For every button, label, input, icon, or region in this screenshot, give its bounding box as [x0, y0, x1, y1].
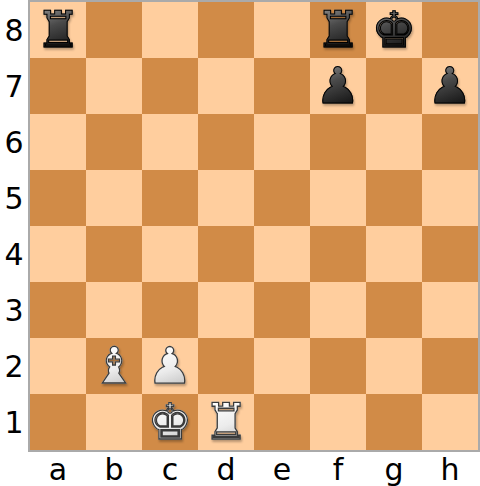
- rank-label-5: 5: [0, 170, 28, 226]
- square-f1[interactable]: [310, 394, 366, 450]
- square-h8[interactable]: [422, 2, 478, 58]
- file-label-f: f: [310, 452, 366, 486]
- square-b7[interactable]: [86, 58, 142, 114]
- square-e4[interactable]: [254, 226, 310, 282]
- piece-black-king-g8[interactable]: ♚: [372, 5, 417, 55]
- square-e2[interactable]: [254, 338, 310, 394]
- piece-white-king-c1[interactable]: ♚: [148, 397, 193, 447]
- square-a1[interactable]: [30, 394, 86, 450]
- file-label-h: h: [422, 452, 478, 486]
- square-g4[interactable]: [366, 226, 422, 282]
- square-e5[interactable]: [254, 170, 310, 226]
- square-d2[interactable]: [198, 338, 254, 394]
- square-h6[interactable]: [422, 114, 478, 170]
- square-c8[interactable]: [142, 2, 198, 58]
- square-c4[interactable]: [142, 226, 198, 282]
- piece-white-bishop-b2[interactable]: ♝: [92, 341, 137, 391]
- file-label-e: e: [254, 452, 310, 486]
- square-e1[interactable]: [254, 394, 310, 450]
- square-b5[interactable]: [86, 170, 142, 226]
- rank-labels: 87654321: [0, 2, 28, 450]
- square-b4[interactable]: [86, 226, 142, 282]
- square-f2[interactable]: [310, 338, 366, 394]
- square-f4[interactable]: [310, 226, 366, 282]
- chessboard-frame: 87654321 ♜♜♚♟♟♝♟♚♜ abcdefgh: [0, 0, 480, 486]
- square-d7[interactable]: [198, 58, 254, 114]
- chess-board: ♜♜♚♟♟♝♟♚♜: [28, 0, 480, 452]
- square-e7[interactable]: [254, 58, 310, 114]
- square-h7[interactable]: ♟: [422, 58, 478, 114]
- square-d1[interactable]: ♜: [198, 394, 254, 450]
- square-g1[interactable]: [366, 394, 422, 450]
- square-h2[interactable]: [422, 338, 478, 394]
- square-h3[interactable]: [422, 282, 478, 338]
- square-c5[interactable]: [142, 170, 198, 226]
- square-c7[interactable]: [142, 58, 198, 114]
- square-c2[interactable]: ♟: [142, 338, 198, 394]
- square-g8[interactable]: ♚: [366, 2, 422, 58]
- rank-label-1: 1: [0, 394, 28, 450]
- square-h1[interactable]: [422, 394, 478, 450]
- square-c3[interactable]: [142, 282, 198, 338]
- square-e3[interactable]: [254, 282, 310, 338]
- piece-black-pawn-h7[interactable]: ♟: [428, 61, 473, 111]
- rank-label-6: 6: [0, 114, 28, 170]
- square-g3[interactable]: [366, 282, 422, 338]
- rank-label-2: 2: [0, 338, 28, 394]
- file-labels: abcdefgh: [30, 452, 478, 486]
- square-h4[interactable]: [422, 226, 478, 282]
- square-g7[interactable]: [366, 58, 422, 114]
- piece-black-rook-f8[interactable]: ♜: [316, 5, 361, 55]
- piece-white-pawn-c2[interactable]: ♟: [148, 341, 193, 391]
- piece-black-pawn-f7[interactable]: ♟: [316, 61, 361, 111]
- square-a7[interactable]: [30, 58, 86, 114]
- square-f8[interactable]: ♜: [310, 2, 366, 58]
- file-label-c: c: [142, 452, 198, 486]
- file-label-a: a: [30, 452, 86, 486]
- square-a4[interactable]: [30, 226, 86, 282]
- square-f7[interactable]: ♟: [310, 58, 366, 114]
- square-f3[interactable]: [310, 282, 366, 338]
- square-a6[interactable]: [30, 114, 86, 170]
- rank-label-8: 8: [0, 2, 28, 58]
- square-d4[interactable]: [198, 226, 254, 282]
- square-b2[interactable]: ♝: [86, 338, 142, 394]
- file-label-b: b: [86, 452, 142, 486]
- square-f6[interactable]: [310, 114, 366, 170]
- square-e8[interactable]: [254, 2, 310, 58]
- file-label-g: g: [366, 452, 422, 486]
- piece-white-rook-d1[interactable]: ♜: [204, 397, 249, 447]
- square-b8[interactable]: [86, 2, 142, 58]
- square-d5[interactable]: [198, 170, 254, 226]
- square-d3[interactable]: [198, 282, 254, 338]
- piece-black-rook-a8[interactable]: ♜: [36, 5, 81, 55]
- square-b3[interactable]: [86, 282, 142, 338]
- square-a8[interactable]: ♜: [30, 2, 86, 58]
- square-g6[interactable]: [366, 114, 422, 170]
- square-c1[interactable]: ♚: [142, 394, 198, 450]
- square-b6[interactable]: [86, 114, 142, 170]
- square-e6[interactable]: [254, 114, 310, 170]
- square-a3[interactable]: [30, 282, 86, 338]
- square-a5[interactable]: [30, 170, 86, 226]
- square-f5[interactable]: [310, 170, 366, 226]
- file-label-d: d: [198, 452, 254, 486]
- square-b1[interactable]: [86, 394, 142, 450]
- square-h5[interactable]: [422, 170, 478, 226]
- square-a2[interactable]: [30, 338, 86, 394]
- square-g2[interactable]: [366, 338, 422, 394]
- rank-label-4: 4: [0, 226, 28, 282]
- rank-label-7: 7: [0, 58, 28, 114]
- square-g5[interactable]: [366, 170, 422, 226]
- rank-label-3: 3: [0, 282, 28, 338]
- square-c6[interactable]: [142, 114, 198, 170]
- square-d6[interactable]: [198, 114, 254, 170]
- square-d8[interactable]: [198, 2, 254, 58]
